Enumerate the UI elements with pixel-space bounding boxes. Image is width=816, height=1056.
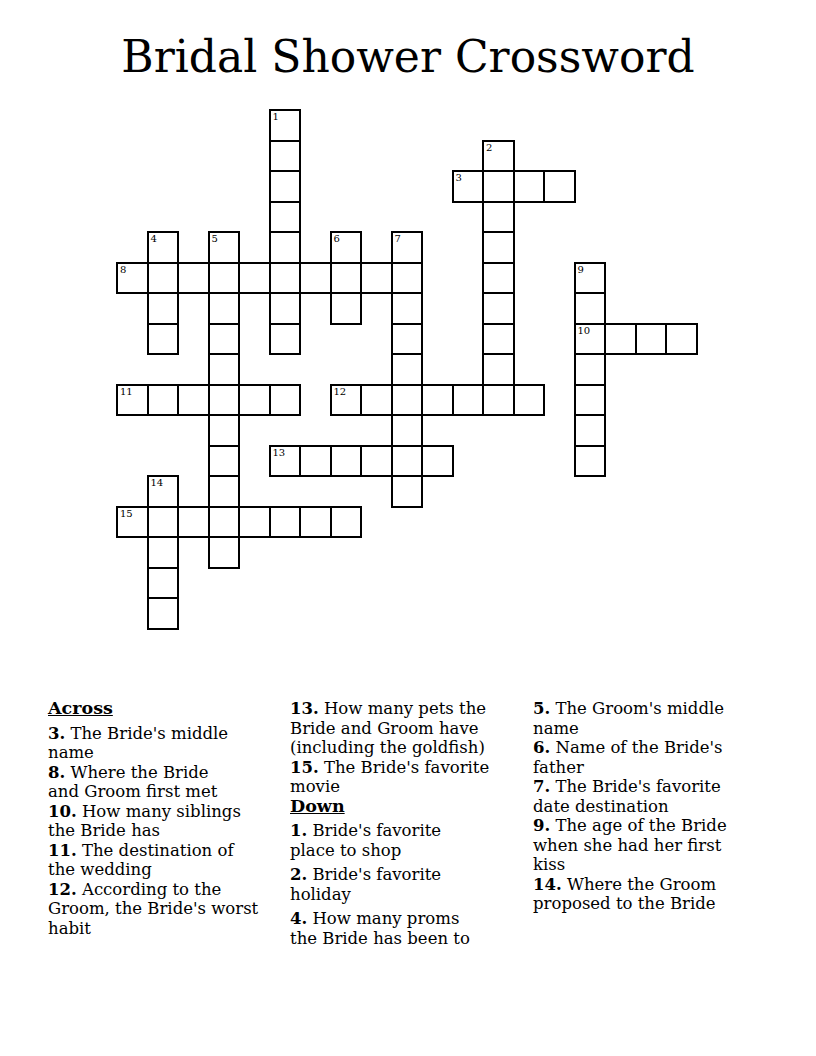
clue-number: 3. (48, 724, 65, 743)
page-title: Bridal Shower Crossword (0, 33, 816, 81)
grid-cell[interactable] (269, 140, 302, 173)
grid-cell[interactable] (299, 445, 332, 478)
grid-cell[interactable] (299, 506, 332, 539)
grid-cell[interactable] (330, 292, 363, 325)
grid-cell[interactable] (513, 170, 546, 203)
grid-cell[interactable] (421, 445, 454, 478)
grid-cell[interactable] (269, 323, 302, 356)
cell-clue-number: 5 (212, 233, 218, 245)
grid-cell[interactable]: 2 (482, 140, 515, 173)
clue-number: 2. (290, 865, 307, 884)
clue-number: 8. (48, 763, 65, 782)
grid-cell[interactable] (360, 262, 393, 295)
clue-across-13: 13. How many pets theBride and Groom hav… (290, 699, 524, 758)
grid-cell[interactable]: 13 (269, 445, 302, 478)
grid-cell[interactable] (238, 262, 271, 295)
clue-number: 1. (290, 821, 307, 840)
grid-cell[interactable]: 15 (116, 506, 149, 539)
grid-cell[interactable]: 11 (116, 384, 149, 417)
grid-cell[interactable] (574, 353, 607, 386)
grid-cell[interactable] (574, 414, 607, 447)
grid-cell[interactable] (208, 414, 241, 447)
grid-cell[interactable]: 9 (574, 262, 607, 295)
grid-cell[interactable]: 10 (574, 323, 607, 356)
clues-column-1: Across3. The Bride's middlename8. Where … (48, 699, 282, 938)
clue-number: 9. (533, 816, 550, 835)
clues-header-across: Across (48, 699, 282, 719)
clue-across-11: 11. The destination ofthe wedding (48, 841, 282, 880)
clue-number: 14. (533, 875, 562, 894)
grid-cell[interactable] (147, 597, 180, 630)
grid-cell[interactable] (574, 384, 607, 417)
clue-number: 11. (48, 841, 77, 860)
grid-cell[interactable]: 12 (330, 384, 363, 417)
clue-number: 6. (533, 738, 550, 757)
grid-cell[interactable] (360, 384, 393, 417)
grid-cell[interactable] (177, 384, 210, 417)
grid-cell[interactable]: 14 (147, 475, 180, 508)
cell-clue-number: 15 (120, 508, 133, 520)
clue-across-15: 15. The Bride's favoritemovie (290, 758, 524, 797)
cell-clue-number: 6 (334, 233, 340, 245)
cell-clue-number: 11 (120, 386, 133, 398)
grid-cell[interactable] (482, 323, 515, 356)
grid-cell[interactable] (147, 384, 180, 417)
grid-cell[interactable] (208, 353, 241, 386)
cell-clue-number: 9 (578, 264, 584, 276)
grid-cell[interactable] (269, 170, 302, 203)
clue-down-9: 9. The age of the Bridewhen she had her … (533, 816, 777, 875)
grid-cell[interactable] (299, 262, 332, 295)
clue-down-1: 1. Bride's favoriteplace to shop (290, 821, 524, 860)
grid-cell[interactable] (147, 292, 180, 325)
cell-clue-number: 1 (273, 111, 279, 123)
grid-cell[interactable] (482, 231, 515, 264)
grid-cell[interactable]: 7 (391, 231, 424, 264)
grid-cell[interactable] (208, 292, 241, 325)
grid-cell[interactable] (208, 323, 241, 356)
grid-cell[interactable] (208, 475, 241, 508)
grid-cell[interactable] (208, 384, 241, 417)
grid-cell[interactable] (482, 384, 515, 417)
grid-cell[interactable]: 6 (330, 231, 363, 264)
grid-cell[interactable]: 4 (147, 231, 180, 264)
clue-down-2: 2. Bride's favoriteholiday (290, 865, 524, 904)
grid-cell[interactable] (147, 567, 180, 600)
grid-cell[interactable] (482, 201, 515, 234)
grid-cell[interactable] (604, 323, 637, 356)
clue-across-8: 8. Where the Brideand Groom first met (48, 763, 282, 802)
grid-cell[interactable] (482, 170, 515, 203)
clue-down-14: 14. Where the Groomproposed to the Bride (533, 875, 777, 914)
clue-down-7: 7. The Bride's favoritedate destination (533, 777, 777, 816)
grid-cell[interactable] (147, 536, 180, 569)
grid-cell[interactable] (665, 323, 698, 356)
grid-cell[interactable] (147, 323, 180, 356)
grid-cell[interactable] (513, 384, 546, 417)
grid-cell[interactable] (391, 445, 424, 478)
grid-cell[interactable] (482, 353, 515, 386)
grid-cell[interactable] (238, 506, 271, 539)
clue-number: 5. (533, 699, 550, 718)
clue-number: 7. (533, 777, 550, 796)
grid-cell[interactable] (330, 262, 363, 295)
grid-cell[interactable] (391, 262, 424, 295)
grid-cell[interactable] (482, 292, 515, 325)
grid-cell[interactable] (147, 506, 180, 539)
clue-across-3: 3. The Bride's middlename (48, 724, 282, 763)
clue-number: 12. (48, 880, 77, 899)
grid-cell[interactable] (543, 170, 576, 203)
grid-cell[interactable] (574, 292, 607, 325)
clues-column-3: 5. The Groom's middlename6. Name of the … (533, 699, 777, 914)
grid-cell[interactable] (391, 353, 424, 386)
grid-cell[interactable] (330, 445, 363, 478)
clue-down-4: 4. How many promsthe Bride has been to (290, 909, 524, 948)
cell-clue-number: 2 (486, 142, 492, 154)
grid-cell[interactable] (147, 262, 180, 295)
grid-cell[interactable]: 1 (269, 109, 302, 142)
grid-cell[interactable] (635, 323, 668, 356)
clues-column-2: 13. How many pets theBride and Groom hav… (290, 699, 524, 948)
grid-cell[interactable] (177, 262, 210, 295)
grid-cell[interactable] (574, 445, 607, 478)
grid-cell[interactable] (177, 506, 210, 539)
clue-number: 4. (290, 909, 307, 928)
clue-across-12: 12. According to theGroom, the Bride's w… (48, 880, 282, 939)
grid-cell[interactable] (391, 384, 424, 417)
grid-cell[interactable] (269, 201, 302, 234)
cell-clue-number: 13 (273, 447, 286, 459)
grid-cell[interactable] (391, 414, 424, 447)
grid-cell[interactable] (269, 231, 302, 264)
grid-cell[interactable] (391, 323, 424, 356)
grid-cell[interactable] (269, 262, 302, 295)
grid-cell[interactable] (330, 506, 363, 539)
grid-cell[interactable] (208, 536, 241, 569)
cell-clue-number: 12 (334, 386, 347, 398)
clue-across-10: 10. How many siblingsthe Bride has (48, 802, 282, 841)
grid-cell[interactable] (238, 384, 271, 417)
grid-cell[interactable] (208, 445, 241, 478)
crossword-grid: 123456789101112131415 (117, 110, 697, 629)
grid-cell[interactable] (360, 445, 393, 478)
grid-cell[interactable]: 5 (208, 231, 241, 264)
grid-cell[interactable] (391, 475, 424, 508)
grid-cell[interactable]: 3 (452, 170, 485, 203)
grid-cell[interactable] (208, 506, 241, 539)
cell-clue-number: 3 (456, 172, 462, 184)
grid-cell[interactable]: 8 (116, 262, 149, 295)
clue-down-5: 5. The Groom's middlename (533, 699, 777, 738)
grid-cell[interactable] (482, 262, 515, 295)
clues-header-down: Down (290, 797, 524, 817)
grid-cell[interactable] (208, 262, 241, 295)
clue-number: 15. (290, 758, 319, 777)
cell-clue-number: 7 (395, 233, 401, 245)
cell-clue-number: 8 (120, 264, 126, 276)
grid-cell[interactable] (269, 292, 302, 325)
cell-clue-number: 4 (151, 233, 157, 245)
cell-clue-number: 14 (151, 477, 164, 489)
cell-clue-number: 10 (578, 325, 591, 337)
clue-number: 13. (290, 699, 319, 718)
grid-cell[interactable] (269, 384, 302, 417)
grid-cell[interactable] (391, 292, 424, 325)
grid-cell[interactable] (452, 384, 485, 417)
clue-down-6: 6. Name of the Bride'sfather (533, 738, 777, 777)
grid-cell[interactable] (421, 384, 454, 417)
grid-cell[interactable] (269, 506, 302, 539)
clue-number: 10. (48, 802, 77, 821)
